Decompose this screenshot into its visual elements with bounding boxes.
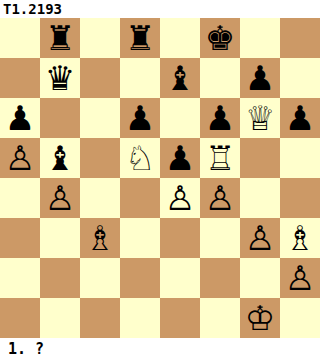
square-d2[interactable] xyxy=(120,258,160,298)
piece-wn: ♘ xyxy=(125,138,155,178)
piece-bp: ♟ xyxy=(245,58,275,98)
square-g5[interactable] xyxy=(240,138,280,178)
square-h5[interactable] xyxy=(280,138,320,178)
square-b5[interactable]: ♝ xyxy=(40,138,80,178)
square-g8[interactable] xyxy=(240,18,280,58)
piece-bb: ♝ xyxy=(45,138,75,178)
square-h3[interactable]: ♗ xyxy=(280,218,320,258)
piece-wp: ♙ xyxy=(205,178,235,218)
square-h1[interactable] xyxy=(280,298,320,338)
square-h7[interactable] xyxy=(280,58,320,98)
square-d1[interactable] xyxy=(120,298,160,338)
piece-bb: ♝ xyxy=(165,58,195,98)
square-a8[interactable] xyxy=(0,18,40,58)
square-f5[interactable]: ♖ xyxy=(200,138,240,178)
piece-bp: ♟ xyxy=(125,98,155,138)
square-f8[interactable]: ♚ xyxy=(200,18,240,58)
square-h6[interactable]: ♟ xyxy=(280,98,320,138)
piece-bp: ♟ xyxy=(165,138,195,178)
square-c3[interactable]: ♗ xyxy=(80,218,120,258)
piece-wp: ♙ xyxy=(245,218,275,258)
piece-wk: ♔ xyxy=(245,298,275,338)
piece-bp: ♟ xyxy=(285,98,315,138)
piece-br: ♜ xyxy=(125,18,155,58)
square-e2[interactable] xyxy=(160,258,200,298)
square-c2[interactable] xyxy=(80,258,120,298)
square-c1[interactable] xyxy=(80,298,120,338)
square-e6[interactable] xyxy=(160,98,200,138)
square-g7[interactable]: ♟ xyxy=(240,58,280,98)
piece-wp: ♙ xyxy=(5,138,35,178)
square-e3[interactable] xyxy=(160,218,200,258)
square-e4[interactable]: ♙ xyxy=(160,178,200,218)
piece-br: ♜ xyxy=(45,18,75,58)
square-d6[interactable]: ♟ xyxy=(120,98,160,138)
square-b8[interactable]: ♜ xyxy=(40,18,80,58)
square-b1[interactable] xyxy=(40,298,80,338)
piece-bk: ♚ xyxy=(205,18,235,58)
square-a6[interactable]: ♟ xyxy=(0,98,40,138)
square-a7[interactable] xyxy=(0,58,40,98)
move-prompt-label: 1. ? xyxy=(0,338,44,360)
square-c4[interactable] xyxy=(80,178,120,218)
piece-wq: ♕ xyxy=(245,98,275,138)
square-d7[interactable] xyxy=(120,58,160,98)
square-c5[interactable] xyxy=(80,138,120,178)
footer-bar: 1. ? xyxy=(0,338,320,360)
square-g6[interactable]: ♕ xyxy=(240,98,280,138)
chess-board: ♜♜♚♛♝♟♟♟♟♕♟♙♝♘♟♖♙♙♙♗♙♗♙♔ xyxy=(0,18,320,338)
square-c8[interactable] xyxy=(80,18,120,58)
square-h8[interactable] xyxy=(280,18,320,58)
square-c6[interactable] xyxy=(80,98,120,138)
square-d3[interactable] xyxy=(120,218,160,258)
square-g1[interactable]: ♔ xyxy=(240,298,280,338)
square-b2[interactable] xyxy=(40,258,80,298)
square-h2[interactable]: ♙ xyxy=(280,258,320,298)
square-d8[interactable]: ♜ xyxy=(120,18,160,58)
square-f7[interactable] xyxy=(200,58,240,98)
square-d5[interactable]: ♘ xyxy=(120,138,160,178)
square-g4[interactable] xyxy=(240,178,280,218)
square-e1[interactable] xyxy=(160,298,200,338)
piece-bp: ♟ xyxy=(205,98,235,138)
piece-bp: ♟ xyxy=(5,98,35,138)
square-b6[interactable] xyxy=(40,98,80,138)
square-a3[interactable] xyxy=(0,218,40,258)
square-a2[interactable] xyxy=(0,258,40,298)
piece-wb: ♗ xyxy=(285,218,315,258)
piece-wp: ♙ xyxy=(45,178,75,218)
piece-bq: ♛ xyxy=(45,58,75,98)
puzzle-id-label: T1.2193 xyxy=(0,0,62,18)
title-bar: T1.2193 xyxy=(0,0,320,18)
square-h4[interactable] xyxy=(280,178,320,218)
piece-wp: ♙ xyxy=(165,178,195,218)
square-g3[interactable]: ♙ xyxy=(240,218,280,258)
piece-wb: ♗ xyxy=(85,218,115,258)
square-e7[interactable]: ♝ xyxy=(160,58,200,98)
square-b3[interactable] xyxy=(40,218,80,258)
square-f6[interactable]: ♟ xyxy=(200,98,240,138)
square-b4[interactable]: ♙ xyxy=(40,178,80,218)
square-e5[interactable]: ♟ xyxy=(160,138,200,178)
square-d4[interactable] xyxy=(120,178,160,218)
square-a4[interactable] xyxy=(0,178,40,218)
square-f1[interactable] xyxy=(200,298,240,338)
square-a5[interactable]: ♙ xyxy=(0,138,40,178)
square-a1[interactable] xyxy=(0,298,40,338)
piece-wr: ♖ xyxy=(205,138,235,178)
square-f3[interactable] xyxy=(200,218,240,258)
square-f2[interactable] xyxy=(200,258,240,298)
square-e8[interactable] xyxy=(160,18,200,58)
square-b7[interactable]: ♛ xyxy=(40,58,80,98)
square-f4[interactable]: ♙ xyxy=(200,178,240,218)
square-c7[interactable] xyxy=(80,58,120,98)
square-g2[interactable] xyxy=(240,258,280,298)
piece-wp: ♙ xyxy=(285,258,315,298)
